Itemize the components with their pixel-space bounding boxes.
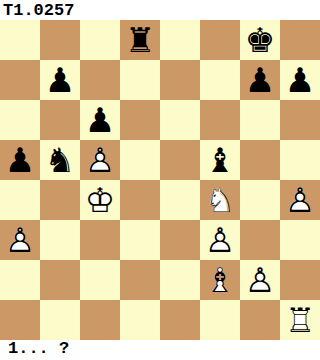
piece-white-king: ♚♔	[80, 180, 120, 220]
square-c4[interactable]: ♚♔	[80, 180, 120, 220]
piece-glyph: ♞	[40, 140, 80, 180]
puzzle-id: T1.0257	[3, 1, 74, 20]
piece-glyph: ♟	[0, 140, 40, 180]
piece-black-pawn: ♟	[240, 60, 280, 100]
square-d5[interactable]	[120, 140, 160, 180]
piece-white-bishop: ♝♗	[200, 260, 240, 300]
piece-white-knight: ♞♘	[200, 180, 240, 220]
square-h5[interactable]	[280, 140, 320, 180]
square-e6[interactable]	[160, 100, 200, 140]
square-d8[interactable]: ♜	[120, 20, 160, 60]
square-h3[interactable]	[280, 220, 320, 260]
square-d1[interactable]	[120, 300, 160, 340]
piece-glyph: ♟	[240, 60, 280, 100]
piece-glyph: ♟	[40, 60, 80, 100]
square-f2[interactable]: ♝♗	[200, 260, 240, 300]
square-a6[interactable]	[0, 100, 40, 140]
square-h2[interactable]	[280, 260, 320, 300]
piece-black-knight: ♞	[40, 140, 80, 180]
square-a5[interactable]: ♟	[0, 140, 40, 180]
square-b7[interactable]: ♟	[40, 60, 80, 100]
square-g4[interactable]	[240, 180, 280, 220]
square-c3[interactable]	[80, 220, 120, 260]
square-g3[interactable]	[240, 220, 280, 260]
square-e8[interactable]	[160, 20, 200, 60]
piece-outline-layer: ♗	[200, 260, 240, 300]
piece-glyph: ♝	[200, 140, 240, 180]
square-h4[interactable]: ♟♙	[280, 180, 320, 220]
square-e2[interactable]	[160, 260, 200, 300]
square-a8[interactable]	[0, 20, 40, 60]
square-f6[interactable]	[200, 100, 240, 140]
square-a3[interactable]: ♟♙	[0, 220, 40, 260]
piece-glyph: ♟	[80, 100, 120, 140]
move-prompt: 1... ?	[8, 339, 69, 358]
square-b4[interactable]	[40, 180, 80, 220]
square-f8[interactable]	[200, 20, 240, 60]
square-g1[interactable]	[240, 300, 280, 340]
piece-black-king: ♚	[240, 20, 280, 60]
piece-black-bishop: ♝	[200, 140, 240, 180]
square-d6[interactable]	[120, 100, 160, 140]
piece-outline-layer: ♙	[0, 220, 40, 260]
square-d7[interactable]	[120, 60, 160, 100]
piece-outline-layer: ♖	[280, 300, 320, 340]
square-c6[interactable]: ♟	[80, 100, 120, 140]
piece-black-rook: ♜	[120, 20, 160, 60]
piece-glyph: ♚	[240, 20, 280, 60]
square-h1[interactable]: ♜♖	[280, 300, 320, 340]
piece-outline-layer: ♙	[240, 260, 280, 300]
square-g7[interactable]: ♟	[240, 60, 280, 100]
piece-white-pawn: ♟♙	[0, 220, 40, 260]
square-e7[interactable]	[160, 60, 200, 100]
square-d3[interactable]	[120, 220, 160, 260]
square-h8[interactable]	[280, 20, 320, 60]
square-h7[interactable]: ♟	[280, 60, 320, 100]
piece-glyph: ♟	[280, 60, 320, 100]
chess-board: ♜♚♟♟♟♟♟♞♟♙♝♚♔♞♘♟♙♟♙♟♙♝♗♟♙♜♖	[0, 20, 320, 340]
piece-white-pawn: ♟♙	[80, 140, 120, 180]
piece-black-pawn: ♟	[280, 60, 320, 100]
square-a1[interactable]	[0, 300, 40, 340]
piece-outline-layer: ♙	[200, 220, 240, 260]
square-c8[interactable]	[80, 20, 120, 60]
piece-black-pawn: ♟	[40, 60, 80, 100]
piece-white-pawn: ♟♙	[200, 220, 240, 260]
square-c5[interactable]: ♟♙	[80, 140, 120, 180]
square-g8[interactable]: ♚	[240, 20, 280, 60]
piece-white-rook: ♜♖	[280, 300, 320, 340]
piece-outline-layer: ♔	[80, 180, 120, 220]
square-a4[interactable]	[0, 180, 40, 220]
piece-glyph: ♜	[120, 20, 160, 60]
square-f3[interactable]: ♟♙	[200, 220, 240, 260]
chess-puzzle-screen: T1.0257 ♜♚♟♟♟♟♟♞♟♙♝♚♔♞♘♟♙♟♙♟♙♝♗♟♙♜♖ 1...…	[0, 0, 320, 360]
square-b1[interactable]	[40, 300, 80, 340]
square-b8[interactable]	[40, 20, 80, 60]
square-b3[interactable]	[40, 220, 80, 260]
piece-white-pawn: ♟♙	[240, 260, 280, 300]
square-d4[interactable]	[120, 180, 160, 220]
square-f5[interactable]: ♝	[200, 140, 240, 180]
square-f7[interactable]	[200, 60, 240, 100]
square-e3[interactable]	[160, 220, 200, 260]
square-a2[interactable]	[0, 260, 40, 300]
square-b2[interactable]	[40, 260, 80, 300]
piece-outline-layer: ♙	[80, 140, 120, 180]
piece-outline-layer: ♘	[200, 180, 240, 220]
square-g5[interactable]	[240, 140, 280, 180]
piece-outline-layer: ♙	[280, 180, 320, 220]
piece-black-pawn: ♟	[80, 100, 120, 140]
piece-black-pawn: ♟	[0, 140, 40, 180]
piece-white-pawn: ♟♙	[280, 180, 320, 220]
square-g2[interactable]: ♟♙	[240, 260, 280, 300]
square-e1[interactable]	[160, 300, 200, 340]
square-d2[interactable]	[120, 260, 160, 300]
square-b5[interactable]: ♞	[40, 140, 80, 180]
square-e5[interactable]	[160, 140, 200, 180]
square-g6[interactable]	[240, 100, 280, 140]
square-c2[interactable]	[80, 260, 120, 300]
square-f1[interactable]	[200, 300, 240, 340]
square-c1[interactable]	[80, 300, 120, 340]
square-a7[interactable]	[0, 60, 40, 100]
square-c7[interactable]	[80, 60, 120, 100]
square-f4[interactable]: ♞♘	[200, 180, 240, 220]
square-e4[interactable]	[160, 180, 200, 220]
square-h6[interactable]	[280, 100, 320, 140]
square-b6[interactable]	[40, 100, 80, 140]
